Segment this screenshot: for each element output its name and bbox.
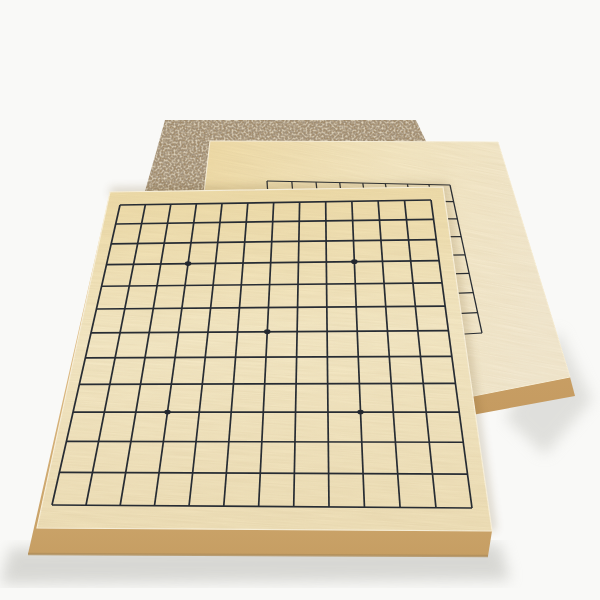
front-star-point xyxy=(185,261,191,266)
front-grid-line-h xyxy=(66,441,463,442)
front-star-point xyxy=(164,410,170,415)
go-boards-scene xyxy=(0,0,600,600)
front-star-point xyxy=(357,410,363,415)
front-star-point xyxy=(351,259,357,264)
front-grid-line-h xyxy=(79,383,455,384)
front-star-point xyxy=(264,329,270,334)
goban-product-photo xyxy=(0,0,600,600)
